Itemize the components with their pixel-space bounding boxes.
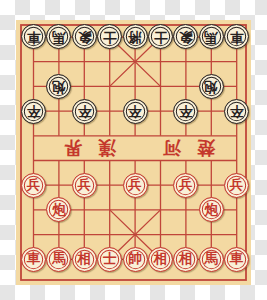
board-cell: 卒 — [122, 99, 147, 124]
piece-red-general[interactable]: 帥 — [123, 247, 148, 272]
board-cell: 兵 — [224, 173, 249, 198]
piece-glyph: 象 — [179, 30, 193, 44]
piece-glyph: 車 — [27, 30, 41, 44]
piece-glyph: 相 — [78, 252, 92, 266]
board-cell: 相 — [148, 247, 173, 272]
board-cell: 炮 — [46, 74, 71, 99]
piece-glyph: 車 — [230, 252, 244, 266]
piece-glyph: 將 — [128, 30, 142, 44]
transparent-checker-background: 楚河 漢界 車馬象士將士象馬車炮炮卒卒卒卒卒兵兵兵兵兵炮炮車馬相士帥相相馬車 — [0, 0, 267, 300]
board-cell: 兵 — [122, 173, 147, 198]
piece-black-advisor[interactable]: 士 — [97, 24, 122, 49]
board-cell: 炮 — [199, 74, 224, 99]
board-cell: 象 — [173, 25, 198, 50]
piece-glyph: 兵 — [27, 178, 41, 192]
board-cell: 炮 — [199, 197, 224, 222]
board-cell: 卒 — [72, 99, 97, 124]
piece-glyph: 相 — [179, 252, 193, 266]
piece-glyph: 士 — [103, 30, 117, 44]
board-cell: 帥 — [122, 247, 147, 272]
board-cell: 士 — [97, 247, 122, 272]
piece-glyph: 馬 — [52, 30, 66, 44]
piece-black-chariot[interactable]: 車 — [21, 24, 46, 49]
piece-black-horse[interactable]: 馬 — [199, 24, 224, 49]
piece-red-chariot[interactable]: 車 — [224, 247, 249, 272]
piece-black-general[interactable]: 將 — [123, 24, 148, 49]
piece-red-soldier[interactable]: 兵 — [123, 173, 148, 198]
piece-glyph: 象 — [78, 30, 92, 44]
piece-glyph: 兵 — [179, 178, 193, 192]
piece-glyph: 車 — [27, 252, 41, 266]
piece-black-elephant[interactable]: 象 — [72, 24, 97, 49]
piece-red-elephant[interactable]: 相 — [173, 247, 198, 272]
piece-red-cannon[interactable]: 炮 — [199, 197, 224, 222]
board-cell: 馬 — [46, 25, 71, 50]
board-cell: 士 — [97, 25, 122, 50]
piece-glyph: 士 — [103, 252, 117, 266]
piece-glyph: 馬 — [204, 30, 218, 44]
piece-red-soldier[interactable]: 兵 — [72, 173, 97, 198]
piece-glyph: 炮 — [52, 203, 66, 217]
board-cell: 卒 — [224, 99, 249, 124]
board-cell: 兵 — [72, 173, 97, 198]
piece-red-soldier[interactable]: 兵 — [173, 173, 198, 198]
board-cell: 象 — [72, 25, 97, 50]
piece-glyph: 馬 — [52, 252, 66, 266]
piece-red-horse[interactable]: 馬 — [46, 247, 71, 272]
board-cell: 卒 — [173, 99, 198, 124]
piece-red-elephant[interactable]: 相 — [72, 247, 97, 272]
board-cell: 兵 — [173, 173, 198, 198]
piece-red-cannon[interactable]: 炮 — [46, 197, 71, 222]
piece-glyph: 帥 — [128, 252, 142, 266]
piece-black-horse[interactable]: 馬 — [46, 24, 71, 49]
piece-black-cannon[interactable]: 炮 — [46, 74, 71, 99]
piece-glyph: 卒 — [78, 104, 92, 118]
board-cell: 車 — [21, 247, 46, 272]
board-cell: 相 — [72, 247, 97, 272]
piece-black-elephant[interactable]: 象 — [173, 24, 198, 49]
piece-black-soldier[interactable]: 卒 — [173, 99, 198, 124]
piece-glyph: 相 — [154, 252, 168, 266]
piece-black-cannon[interactable]: 炮 — [199, 74, 224, 99]
piece-red-advisor[interactable]: 士 — [97, 247, 122, 272]
piece-red-horse[interactable]: 馬 — [199, 247, 224, 272]
board-cell: 士 — [148, 25, 173, 50]
board-cell: 車 — [21, 25, 46, 50]
piece-glyph: 卒 — [27, 104, 41, 118]
piece-red-chariot[interactable]: 車 — [21, 247, 46, 272]
piece-glyph: 炮 — [204, 203, 218, 217]
piece-black-soldier[interactable]: 卒 — [224, 99, 249, 124]
piece-black-soldier[interactable]: 卒 — [72, 99, 97, 124]
board-cell: 車 — [224, 25, 249, 50]
piece-glyph: 卒 — [179, 104, 193, 118]
piece-glyph: 兵 — [128, 178, 142, 192]
pieces-grid: 車馬象士將士象馬車炮炮卒卒卒卒卒兵兵兵兵兵炮炮車馬相士帥相相馬車 — [21, 25, 250, 272]
piece-black-soldier[interactable]: 卒 — [123, 99, 148, 124]
board-cell: 馬 — [199, 247, 224, 272]
piece-red-soldier[interactable]: 兵 — [224, 173, 249, 198]
xiangqi-board[interactable]: 楚河 漢界 車馬象士將士象馬車炮炮卒卒卒卒卒兵兵兵兵兵炮炮車馬相士帥相相馬車 — [16, 20, 251, 285]
board-cell: 馬 — [199, 25, 224, 50]
board-cell: 炮 — [46, 197, 71, 222]
piece-glyph: 卒 — [230, 104, 244, 118]
board-cell: 相 — [173, 247, 198, 272]
piece-glyph: 車 — [230, 30, 244, 44]
piece-black-advisor[interactable]: 士 — [148, 24, 173, 49]
piece-glyph: 卒 — [128, 104, 142, 118]
board-cell: 車 — [224, 247, 249, 272]
board-cell: 卒 — [21, 99, 46, 124]
piece-black-chariot[interactable]: 車 — [224, 24, 249, 49]
piece-red-elephant[interactable]: 相 — [148, 247, 173, 272]
piece-glyph: 炮 — [204, 80, 218, 94]
piece-black-soldier[interactable]: 卒 — [21, 99, 46, 124]
board-cell: 馬 — [46, 247, 71, 272]
piece-glyph: 士 — [154, 30, 168, 44]
board-cell: 將 — [122, 25, 147, 50]
piece-glyph: 馬 — [204, 252, 218, 266]
board-cell: 兵 — [21, 173, 46, 198]
piece-red-soldier[interactable]: 兵 — [21, 173, 46, 198]
piece-glyph: 兵 — [78, 178, 92, 192]
piece-glyph: 炮 — [52, 80, 66, 94]
piece-glyph: 兵 — [230, 178, 244, 192]
